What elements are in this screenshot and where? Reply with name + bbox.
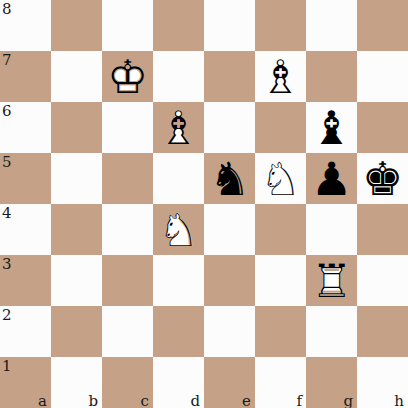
square-b1[interactable]: b [51, 357, 102, 408]
square-a2[interactable]: 2 [0, 306, 51, 357]
square-f3[interactable] [255, 255, 306, 306]
square-a8[interactable]: 8 [0, 0, 51, 51]
square-c2[interactable] [102, 306, 153, 357]
square-a5[interactable]: 5 [0, 153, 51, 204]
white-rook-icon[interactable]: ♜♖ [306, 255, 357, 306]
square-b5[interactable] [51, 153, 102, 204]
square-d8[interactable] [153, 0, 204, 51]
square-c1[interactable]: c [102, 357, 153, 408]
rank-label-4: 4 [2, 204, 12, 222]
rank-label-6: 6 [2, 102, 12, 120]
square-b2[interactable] [51, 306, 102, 357]
square-d4[interactable]: ♞♘ [153, 204, 204, 255]
square-g2[interactable] [306, 306, 357, 357]
square-g6[interactable]: ♝ [306, 102, 357, 153]
square-b4[interactable] [51, 204, 102, 255]
piece-outline-layer: ♗ [153, 102, 204, 153]
file-label-a: a [38, 392, 47, 408]
square-e4[interactable] [204, 204, 255, 255]
piece-outline-layer: ♘ [255, 153, 306, 204]
white-knight-icon[interactable]: ♞♘ [255, 153, 306, 204]
square-a1[interactable]: 1a [0, 357, 51, 408]
square-d3[interactable] [153, 255, 204, 306]
square-h6[interactable] [357, 102, 408, 153]
piece-outline-layer: ♔ [102, 51, 153, 102]
square-d7[interactable] [153, 51, 204, 102]
square-e8[interactable] [204, 0, 255, 51]
square-c4[interactable] [102, 204, 153, 255]
piece-fill-layer: ♚ [357, 153, 408, 204]
square-c5[interactable] [102, 153, 153, 204]
file-label-d: d [190, 392, 200, 408]
square-e2[interactable] [204, 306, 255, 357]
square-a6[interactable]: 6 [0, 102, 51, 153]
square-b7[interactable] [51, 51, 102, 102]
square-h7[interactable] [357, 51, 408, 102]
square-h3[interactable] [357, 255, 408, 306]
white-bishop-icon[interactable]: ♝♗ [153, 102, 204, 153]
piece-outline-layer: ♖ [306, 255, 357, 306]
square-c7[interactable]: ♚♔ [102, 51, 153, 102]
piece-outline-layer: ♘ [153, 204, 204, 255]
square-f8[interactable] [255, 0, 306, 51]
square-g8[interactable] [306, 0, 357, 51]
chess-board: 87♚♔♝♗6♝♗♝5♞♞♘♟♚4♞♘3♜♖21abcdefgh [0, 0, 408, 408]
black-knight-icon[interactable]: ♞ [204, 153, 255, 204]
square-h5[interactable]: ♚ [357, 153, 408, 204]
square-e3[interactable] [204, 255, 255, 306]
square-g4[interactable] [306, 204, 357, 255]
file-label-h: h [394, 392, 404, 408]
rank-label-7: 7 [2, 51, 12, 69]
square-a7[interactable]: 7 [0, 51, 51, 102]
piece-fill-layer: ♞ [204, 153, 255, 204]
piece-fill-layer: ♝ [306, 102, 357, 153]
square-g7[interactable] [306, 51, 357, 102]
piece-outline-layer: ♗ [255, 51, 306, 102]
square-c6[interactable] [102, 102, 153, 153]
rank-label-8: 8 [2, 0, 12, 18]
black-king-icon[interactable]: ♚ [357, 153, 408, 204]
square-a3[interactable]: 3 [0, 255, 51, 306]
square-h8[interactable] [357, 0, 408, 51]
rank-label-2: 2 [2, 306, 12, 324]
file-label-g: g [343, 392, 353, 408]
square-a4[interactable]: 4 [0, 204, 51, 255]
square-f5[interactable]: ♞♘ [255, 153, 306, 204]
file-label-e: e [242, 392, 251, 408]
rank-label-3: 3 [2, 255, 12, 273]
black-pawn-icon[interactable]: ♟ [306, 153, 357, 204]
file-label-c: c [141, 392, 149, 408]
white-king-icon[interactable]: ♚♔ [102, 51, 153, 102]
square-e5[interactable]: ♞ [204, 153, 255, 204]
rank-label-5: 5 [2, 153, 12, 171]
square-f1[interactable]: f [255, 357, 306, 408]
square-b6[interactable] [51, 102, 102, 153]
square-c3[interactable] [102, 255, 153, 306]
square-e7[interactable] [204, 51, 255, 102]
square-g1[interactable]: g [306, 357, 357, 408]
square-h1[interactable]: h [357, 357, 408, 408]
white-bishop-icon[interactable]: ♝♗ [255, 51, 306, 102]
square-g3[interactable]: ♜♖ [306, 255, 357, 306]
black-bishop-icon[interactable]: ♝ [306, 102, 357, 153]
piece-fill-layer: ♟ [306, 153, 357, 204]
square-f6[interactable] [255, 102, 306, 153]
square-d1[interactable]: d [153, 357, 204, 408]
square-h2[interactable] [357, 306, 408, 357]
square-e1[interactable]: e [204, 357, 255, 408]
square-g5[interactable]: ♟ [306, 153, 357, 204]
white-knight-icon[interactable]: ♞♘ [153, 204, 204, 255]
square-f7[interactable]: ♝♗ [255, 51, 306, 102]
square-f2[interactable] [255, 306, 306, 357]
square-b8[interactable] [51, 0, 102, 51]
square-c8[interactable] [102, 0, 153, 51]
square-d5[interactable] [153, 153, 204, 204]
square-h4[interactable] [357, 204, 408, 255]
file-label-b: b [88, 392, 98, 408]
file-label-f: f [296, 392, 302, 408]
square-d2[interactable] [153, 306, 204, 357]
rank-label-1: 1 [2, 357, 12, 375]
square-f4[interactable] [255, 204, 306, 255]
square-b3[interactable] [51, 255, 102, 306]
square-e6[interactable] [204, 102, 255, 153]
square-d6[interactable]: ♝♗ [153, 102, 204, 153]
chess-diagram: 87♚♔♝♗6♝♗♝5♞♞♘♟♚4♞♘3♜♖21abcdefgh [0, 0, 408, 408]
